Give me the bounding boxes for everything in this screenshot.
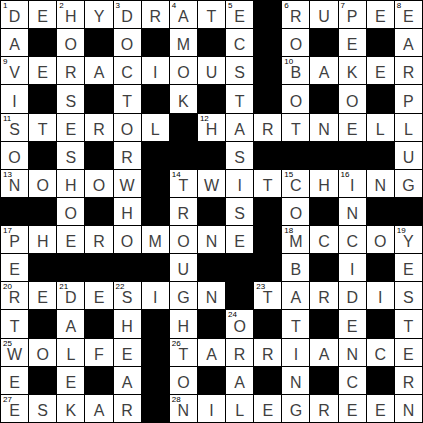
grid-cell[interactable]: E [367,395,394,422]
block-cell [367,367,394,394]
grid-cell[interactable]: S [29,395,56,422]
block-cell [198,198,225,225]
grid-cell[interactable]: R [310,282,337,309]
cell-letter: R [262,121,274,141]
block-cell [395,198,422,225]
cell-letter: A [94,64,105,84]
grid-cell[interactable]: R [142,1,169,28]
grid-cell[interactable]: 26T [170,339,197,366]
grid-cell[interactable]: E [367,57,394,84]
grid-cell[interactable]: O [29,170,56,197]
cell-letter: R [149,8,161,28]
cell-letter: E [375,8,386,28]
block-cell [85,254,112,281]
cell-letter: E [65,121,76,141]
grid-cell[interactable]: 4A [170,1,197,28]
cell-letter: N [346,346,358,366]
cell-letter: R [65,64,77,84]
grid-cell[interactable]: 18M [282,226,309,253]
cell-letter: S [403,289,414,309]
cell-letter: M [289,233,302,253]
cell-letter: S [122,289,133,309]
grid-cell[interactable]: C [226,29,253,56]
cell-letter: S [234,205,245,225]
grid-cell[interactable]: F [85,339,112,366]
cell-letter: I [12,93,16,113]
grid-cell[interactable]: H [29,226,56,253]
grid-cell[interactable]: N [339,339,366,366]
block-cell [142,310,169,337]
grid-cell[interactable]: H [114,310,141,337]
grid-cell[interactable]: 7P [339,1,366,28]
cell-letter: I [294,346,298,366]
grid-cell[interactable]: E [254,395,281,422]
grid-cell[interactable]: N [198,282,225,309]
grid-cell[interactable]: S [226,142,253,169]
grid-cell[interactable]: E [226,226,253,253]
cell-letter: I [153,64,157,84]
grid-cell[interactable]: W [198,170,225,197]
cell-letter: R [121,402,133,422]
grid-cell[interactable]: I [142,282,169,309]
grid-cell[interactable]: E [29,282,56,309]
cell-letter: O [374,233,386,253]
grid-cell[interactable]: L [57,339,84,366]
cell-letter: E [375,64,386,84]
block-cell [1,198,28,225]
clue-number: 24 [228,310,237,319]
grid-cell[interactable]: T [198,1,225,28]
block-cell [29,367,56,394]
grid-cell[interactable]: C [310,226,337,253]
grid-cell[interactable]: G [282,395,309,422]
grid-cell[interactable]: 2H [57,1,84,28]
grid-cell[interactable]: 1D [1,1,28,28]
cell-letter: H [121,318,133,338]
grid-cell[interactable]: T [29,114,56,141]
grid-cell[interactable]: E [339,310,366,337]
grid-cell[interactable]: N [339,198,366,225]
clue-number: 28 [172,395,181,404]
clue-number: 25 [3,339,12,348]
crossword-board: 1DE2HY3DR4AT5E6RU7PE8EAOOMCOEA9VERACIOUS… [0,0,423,423]
grid-cell[interactable]: E [29,57,56,84]
cell-letter: N [403,402,415,422]
grid-cell[interactable]: A [198,339,225,366]
grid-cell[interactable]: E [1,254,28,281]
grid-cell[interactable]: A [395,29,422,56]
cell-letter: R [93,121,105,141]
cell-letter: L [235,402,244,422]
cell-letter: B [291,64,302,84]
cell-letter: O [177,374,189,394]
grid-cell[interactable]: 20R [1,282,28,309]
grid-cell[interactable]: G [170,282,197,309]
grid-cell[interactable]: Y [85,1,112,28]
grid-cell[interactable]: A [310,57,337,84]
grid-cell[interactable]: 17P [1,226,28,253]
grid-cell[interactable]: 12H [198,114,225,141]
grid-cell[interactable]: R [310,395,337,422]
grid-cell[interactable]: H [310,170,337,197]
grid-cell[interactable]: R [226,339,253,366]
grid-cell[interactable]: I [226,170,253,197]
grid-cell[interactable]: O [114,226,141,253]
grid-cell[interactable]: N [198,226,225,253]
block-cell [142,85,169,112]
grid-cell[interactable]: R [114,395,141,422]
clue-number: 4 [172,1,176,10]
grid-cell[interactable]: T [282,114,309,141]
cell-letter: H [121,205,133,225]
cell-letter: R [234,346,246,366]
grid-cell[interactable]: R [395,367,422,394]
grid-cell[interactable]: H [114,198,141,225]
grid-cell[interactable]: 15C [282,170,309,197]
cell-letter: O [121,233,133,253]
grid-cell[interactable]: N [310,114,337,141]
grid-cell[interactable]: O [367,226,394,253]
cell-letter: N [346,205,358,225]
cell-letter: O [177,64,189,84]
grid-cell[interactable]: O [114,114,141,141]
grid-cell[interactable]: O [170,57,197,84]
cell-letter: C [346,233,358,253]
block-cell [254,310,281,337]
cell-letter: A [178,8,189,28]
grid-cell[interactable]: L [226,395,253,422]
block-cell [29,310,56,337]
cell-letter: E [347,318,358,338]
grid-cell[interactable]: E [1,367,28,394]
grid-cell[interactable]: 24O [226,310,253,337]
block-cell [254,1,281,28]
cell-letter: R [93,233,105,253]
block-cell [367,142,394,169]
cell-letter: I [237,177,241,197]
block-cell [29,85,56,112]
cell-letter: M [177,36,190,56]
block-cell [367,310,394,337]
cell-letter: O [346,93,358,113]
grid-cell[interactable]: 6R [282,1,309,28]
grid-cell[interactable]: W [114,170,141,197]
grid-cell[interactable]: 10B [282,57,309,84]
block-cell [142,142,169,169]
block-cell [310,310,337,337]
grid-cell[interactable]: R [170,198,197,225]
grid-cell[interactable]: 22S [114,282,141,309]
clue-number: 16 [341,170,350,179]
cell-letter: M [149,233,162,253]
grid-cell[interactable]: T [1,310,28,337]
grid-cell[interactable]: O [282,198,309,225]
grid-cell[interactable]: T [395,310,422,337]
clue-number: 11 [3,114,11,123]
cell-letter: E [9,374,20,394]
cell-letter: R [318,289,330,309]
grid-cell[interactable]: S [57,85,84,112]
grid-cell[interactable]: O [114,29,141,56]
cell-letter: D [65,289,77,309]
cell-letter: P [403,93,414,113]
grid-cell[interactable]: E [85,282,112,309]
grid-cell[interactable]: O [170,226,197,253]
grid-cell[interactable]: R [395,57,422,84]
clue-number: 14 [172,170,181,179]
cell-letter: O [177,233,189,253]
grid-cell[interactable]: H [57,170,84,197]
cell-letter: S [9,121,20,141]
grid-cell[interactable]: O [282,29,309,56]
grid-cell[interactable]: O [170,367,197,394]
grid-cell[interactable]: S [226,57,253,84]
grid-cell[interactable]: R [114,142,141,169]
cell-letter: N [375,177,387,197]
grid-cell[interactable]: E [339,114,366,141]
grid-cell[interactable]: T [114,85,141,112]
grid-cell[interactable]: O [57,198,84,225]
grid-cell[interactable]: N [367,170,394,197]
cell-letter: H [65,8,77,28]
cell-letter: W [7,346,22,366]
grid-cell[interactable]: 23T [254,282,281,309]
grid-cell[interactable]: U [395,142,422,169]
grid-cell[interactable]: 5E [226,1,253,28]
cell-letter: F [94,346,104,366]
grid-cell[interactable]: A [85,57,112,84]
cell-letter: I [350,261,354,281]
cell-letter: P [9,233,20,253]
cell-letter: H [65,177,77,197]
cell-letter: T [235,93,245,113]
block-cell [142,395,169,422]
grid-cell[interactable]: U [198,57,225,84]
grid-cell[interactable]: L [367,114,394,141]
grid-cell[interactable]: I [142,57,169,84]
cell-letter: N [290,374,302,394]
cell-letter: H [178,318,190,338]
grid-cell[interactable]: E [395,339,422,366]
grid-cell[interactable]: A [310,339,337,366]
grid-cell[interactable]: 21D [57,282,84,309]
grid-cell[interactable]: B [282,254,309,281]
cell-letter: I [209,402,213,422]
cell-letter: D [9,8,21,28]
grid-cell[interactable]: E [367,1,394,28]
grid-cell[interactable]: 25W [1,339,28,366]
grid-cell[interactable]: E [57,114,84,141]
cell-letter: A [94,402,105,422]
clue-number: 17 [3,226,12,235]
grid-cell[interactable]: A [85,395,112,422]
grid-cell[interactable]: 14T [170,170,197,197]
clue-number: 9 [3,57,7,66]
grid-cell[interactable]: E [57,226,84,253]
grid-cell[interactable]: L [142,114,169,141]
grid-cell[interactable]: T [226,85,253,112]
grid-cell[interactable]: I [282,339,309,366]
cell-letter: O [233,318,245,338]
grid-cell[interactable]: E [339,29,366,56]
grid-cell[interactable]: 3D [114,1,141,28]
cell-letter: A [234,121,245,141]
cell-letter: K [347,64,358,84]
cell-letter: E [234,233,245,253]
block-cell [29,198,56,225]
cell-letter: E [37,289,48,309]
block-cell [310,142,337,169]
cell-letter: L [404,121,413,141]
cell-letter: B [291,261,302,281]
grid-cell[interactable]: 13N [1,170,28,197]
grid-cell[interactable]: O [29,339,56,366]
cell-letter: R [318,402,330,422]
cell-letter: U [178,261,190,281]
clue-number: 8 [397,1,401,10]
clue-number: 20 [3,282,12,291]
grid-cell[interactable]: I [339,254,366,281]
grid-cell[interactable]: I [367,282,394,309]
grid-cell[interactable]: K [170,85,197,112]
grid-cell[interactable]: S [226,198,253,225]
grid-cell[interactable]: H [170,310,197,337]
grid-cell[interactable]: S [395,282,422,309]
block-cell [142,367,169,394]
grid-cell[interactable]: 19Y [395,226,422,253]
cell-letter: O [290,93,302,113]
grid-cell[interactable]: A [1,29,28,56]
grid-cell[interactable]: E [29,1,56,28]
block-cell [142,254,169,281]
grid-cell[interactable]: C [339,226,366,253]
cell-letter: O [290,36,302,56]
grid-cell[interactable]: I [1,85,28,112]
grid-cell[interactable]: K [339,57,366,84]
clue-number: 18 [284,226,293,235]
grid-cell[interactable]: M [142,226,169,253]
cell-letter: O [65,205,77,225]
grid-cell[interactable]: N [395,395,422,422]
grid-cell[interactable]: 16I [339,170,366,197]
grid-cell[interactable]: O [339,85,366,112]
grid-cell[interactable]: R [254,339,281,366]
cell-letter: O [36,177,48,197]
cell-letter: I [153,289,157,309]
grid-cell[interactable]: O [85,170,112,197]
cell-letter: W [120,177,135,197]
cell-letter: C [318,233,330,253]
clue-number: 3 [116,1,120,10]
block-cell [142,339,169,366]
grid-cell[interactable]: O [1,142,28,169]
grid-cell[interactable]: 9V [1,57,28,84]
cell-letter: C [234,36,246,56]
cell-letter: P [347,8,358,28]
grid-cell[interactable]: K [57,395,84,422]
clue-number: 13 [3,170,12,179]
cell-letter: N [9,177,21,197]
grid-cell[interactable]: A [114,367,141,394]
grid-cell[interactable]: T [254,170,281,197]
block-cell [85,198,112,225]
cell-letter: A [291,289,302,309]
grid-cell[interactable]: A [226,114,253,141]
cell-letter: R [403,64,415,84]
block-cell [310,254,337,281]
grid-cell[interactable]: C [367,339,394,366]
grid-cell[interactable]: 28N [170,395,197,422]
cell-letter: R [9,289,21,309]
cell-letter: E [37,8,48,28]
cell-letter: O [65,36,77,56]
grid-cell[interactable]: S [57,142,84,169]
grid-cell[interactable]: U [170,254,197,281]
grid-cell[interactable]: C [339,367,366,394]
grid-cell[interactable]: C [114,57,141,84]
grid-cell[interactable]: O [57,29,84,56]
grid-cell[interactable]: A [282,282,309,309]
grid-cell[interactable]: N [282,367,309,394]
grid-cell[interactable]: R [254,114,281,141]
block-cell [85,367,112,394]
cell-letter: Y [94,8,105,28]
cell-letter: R [178,205,190,225]
grid-cell[interactable]: R [85,114,112,141]
grid-cell[interactable]: 8E [395,1,422,28]
grid-cell[interactable]: I [198,395,225,422]
block-cell [367,198,394,225]
clue-number: 23 [256,282,265,291]
cell-letter: T [38,121,48,141]
grid-cell[interactable]: O [282,85,309,112]
grid-cell[interactable]: G [395,170,422,197]
cell-letter: O [121,36,133,56]
clue-number: 15 [284,170,293,179]
grid-cell[interactable]: D [339,282,366,309]
grid-cell[interactable]: E [339,395,366,422]
grid-cell[interactable]: E [57,367,84,394]
cell-letter: C [121,64,133,84]
cell-letter: O [36,346,48,366]
cell-letter: T [291,121,301,141]
cell-letter: Y [403,233,414,253]
grid-cell[interactable]: R [57,57,84,84]
grid-cell[interactable]: T [282,310,309,337]
cell-letter: I [378,289,382,309]
cell-letter: T [291,318,301,338]
grid-cell[interactable]: 11S [1,114,28,141]
cell-letter: K [65,402,76,422]
grid-cell[interactable]: A [226,367,253,394]
clue-number: 6 [284,1,288,10]
block-cell [198,85,225,112]
grid-cell[interactable]: U [310,1,337,28]
cell-letter: E [403,346,414,366]
cell-letter: S [65,93,76,113]
cell-letter: N [318,121,330,141]
grid-cell[interactable]: 27E [1,395,28,422]
grid-cell[interactable]: P [395,85,422,112]
grid-cell[interactable]: L [395,114,422,141]
grid-cell[interactable]: M [170,29,197,56]
grid-cell[interactable]: E [395,254,422,281]
grid-cell[interactable]: R [85,226,112,253]
cell-letter: T [207,8,217,28]
grid-cell[interactable]: E [114,339,141,366]
cell-letter: T [178,177,188,197]
grid-cell[interactable]: A [57,310,84,337]
